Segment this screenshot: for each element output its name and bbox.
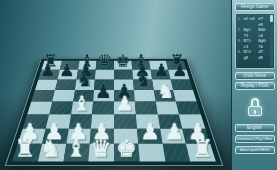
square-c1[interactable]: ♝ — [63, 144, 90, 161]
replay-pgn-button[interactable]: Replay / PGN — [235, 82, 275, 90]
chess-board-frame: ♜♝♛♚♝♜♟♟♟♟♟♟♞♞♟♟♞♝♟♟♟♟♟♟♟♟♜♞♝♛♚♜ — [6, 59, 222, 165]
move-number: 1. — [238, 16, 242, 27]
square-c6[interactable]: ♞ — [75, 79, 96, 90]
square-f7[interactable]: ♟ — [132, 70, 152, 80]
black-bishop: ♝ — [132, 52, 150, 69]
square-b1[interactable]: ♞ — [38, 144, 66, 161]
square-d4[interactable] — [92, 102, 114, 115]
square-d5[interactable]: ♟ — [93, 90, 114, 102]
black-rook: ♜ — [42, 52, 60, 69]
white-move: Bf1-c4 — [244, 38, 257, 49]
about-sparkchess-button[interactable]: About sparkCHESS — [235, 146, 275, 154]
square-b3[interactable] — [46, 114, 71, 128]
square-c2[interactable]: ♟ — [66, 128, 91, 144]
black-move: e7-e5 — [258, 16, 268, 27]
square-c7[interactable]: ♟ — [76, 70, 96, 80]
white-move: Ng1-f3 — [244, 27, 257, 38]
square-d8[interactable]: ♛ — [96, 61, 114, 70]
square-h3[interactable] — [179, 114, 205, 128]
square-e2[interactable] — [114, 128, 138, 144]
black-move: Ng8-f6 — [258, 38, 268, 49]
undo-move-button[interactable]: Undo Move — [235, 72, 275, 80]
resign-game-button[interactable]: Resign Game — [235, 3, 275, 11]
move-number: 3. — [238, 38, 242, 49]
square-b7[interactable]: ♟ — [57, 70, 77, 80]
sparkchess-app: ♜♝♛♚♝♜♟♟♟♟♟♟♞♞♟♟♞♝♟♟♟♟♟♟♟♟♜♞♝♛♚♜ Resign … — [0, 0, 277, 170]
square-b6[interactable] — [55, 79, 76, 90]
square-f2[interactable]: ♟ — [137, 128, 162, 144]
move-number: 2. — [238, 27, 242, 38]
square-b4[interactable] — [49, 102, 73, 115]
square-h1[interactable]: ♜ — [186, 144, 216, 161]
move-number: 4. — [238, 49, 242, 60]
square-g6[interactable] — [152, 79, 173, 90]
move-list-scrollbar[interactable] — [270, 15, 273, 67]
square-b2[interactable]: ♟ — [42, 128, 69, 144]
square-d6[interactable] — [94, 79, 114, 90]
square-d2[interactable]: ♟ — [90, 128, 114, 144]
square-h6[interactable] — [171, 79, 193, 90]
square-e8[interactable]: ♚ — [114, 61, 132, 70]
lock-shackle — [251, 98, 259, 106]
square-e3[interactable] — [114, 114, 137, 128]
square-e1[interactable]: ♚ — [114, 144, 139, 161]
square-e7[interactable] — [114, 70, 133, 80]
scrollbar-thumb[interactable] — [270, 15, 273, 22]
square-g8[interactable] — [149, 61, 169, 70]
square-b5[interactable] — [52, 90, 75, 102]
black-queen: ♛ — [96, 52, 114, 69]
move-rows: 1.e2-e4e7-e52.Ng1-f3Nb8-c63.Bf1-c4Ng8-f6… — [238, 16, 269, 60]
control-panel: Resign Game 1.e2-e4e7-e52.Ng1-f3Nb8-c63.… — [231, 0, 277, 170]
square-c3[interactable] — [68, 114, 92, 128]
black-bishop: ♝ — [78, 52, 96, 69]
black-rook: ♜ — [168, 52, 186, 69]
square-c5[interactable] — [73, 90, 95, 102]
square-c4[interactable]: ♝ — [71, 102, 94, 115]
square-e4[interactable]: ♟ — [114, 102, 136, 115]
white-bishop: ♝ — [63, 137, 88, 161]
square-f4[interactable] — [135, 102, 158, 115]
black-move: Nb8-c6 — [258, 27, 268, 38]
chess-board: ♜♝♛♚♝♜♟♟♟♟♟♟♞♞♟♟♞♝♟♟♟♟♟♟♟♟♜♞♝♛♚♜ — [12, 61, 216, 162]
square-f5[interactable] — [134, 90, 156, 102]
square-f3[interactable] — [136, 114, 160, 128]
square-d3[interactable] — [91, 114, 114, 128]
move-row: 2.Ng1-f3Nb8-c6 — [238, 27, 269, 38]
download-offline-button[interactable]: Download & Play Offline — [235, 135, 275, 143]
black-move: d7-d5 — [258, 49, 268, 60]
language-select-button[interactable]: English — [235, 124, 275, 132]
square-g3[interactable] — [157, 114, 182, 128]
square-g7[interactable]: ♟ — [150, 70, 170, 80]
square-h2[interactable]: ♟ — [182, 128, 210, 144]
white-queen: ♛ — [89, 137, 114, 161]
square-f6[interactable]: ♞ — [133, 79, 154, 90]
lock-keyhole — [254, 110, 256, 114]
square-b8[interactable] — [60, 61, 80, 70]
square-g5[interactable]: ♞ — [153, 90, 176, 102]
white-move: e2-e4 — [244, 16, 257, 27]
white-move: Nf3-g5 — [244, 49, 257, 60]
move-row: 1.e2-e4e7-e5 — [238, 16, 269, 27]
black-king: ♚ — [114, 52, 132, 69]
square-h5[interactable] — [173, 90, 196, 102]
move-row: 3.Bf1-c4Ng8-f6 — [238, 38, 269, 49]
square-a4[interactable] — [27, 102, 52, 115]
square-h7[interactable]: ♟ — [168, 70, 189, 80]
move-list: 1.e2-e4e7-e52.Ng1-f3Nb8-c63.Bf1-c4Ng8-f6… — [235, 13, 275, 69]
lock-icon[interactable] — [247, 98, 263, 116]
square-d7[interactable] — [95, 70, 114, 80]
white-king: ♚ — [114, 137, 139, 161]
white-knight: ♞ — [38, 137, 63, 161]
square-e6[interactable] — [114, 79, 134, 90]
square-c8[interactable]: ♝ — [78, 61, 97, 70]
square-f8[interactable]: ♝ — [131, 61, 150, 70]
square-d1[interactable]: ♛ — [89, 144, 114, 161]
square-f1[interactable] — [138, 144, 165, 161]
square-e5[interactable]: ♟ — [114, 90, 135, 102]
white-rook: ♜ — [12, 137, 37, 161]
square-h8[interactable]: ♜ — [166, 61, 186, 70]
move-row: 4.Nf3-g5d7-d5 — [238, 49, 269, 60]
white-rook: ♜ — [190, 137, 215, 161]
square-h4[interactable] — [176, 102, 201, 115]
board-scene: ♜♝♛♚♝♜♟♟♟♟♟♟♞♞♟♟♞♝♟♟♟♟♟♟♟♟♜♞♝♛♚♜ — [0, 0, 231, 170]
